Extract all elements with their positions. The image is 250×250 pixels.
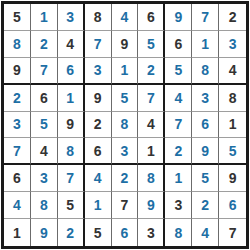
cell-r6c1[interactable]: 7 — [4, 138, 31, 165]
entered-digit: 4 — [121, 10, 129, 24]
cell-r8c5[interactable]: 7 — [112, 192, 139, 219]
entered-digit: 8 — [147, 171, 155, 185]
entered-digit: 3 — [13, 117, 21, 131]
cell-r6c5[interactable]: 3 — [112, 138, 139, 165]
given-digit: 3 — [174, 198, 182, 212]
entered-digit: 5 — [229, 144, 237, 158]
given-digit: 6 — [174, 37, 182, 51]
cell-r8c2[interactable]: 8 — [31, 192, 58, 219]
entered-digit: 1 — [201, 37, 209, 51]
entered-digit: 9 — [174, 10, 182, 24]
given-digit: 4 — [66, 37, 74, 51]
cell-r4c1[interactable]: 2 — [4, 85, 31, 112]
cell-r9c2[interactable]: 9 — [31, 219, 58, 246]
cell-r7c5[interactable]: 2 — [112, 165, 139, 192]
cell-r8c6[interactable]: 9 — [138, 192, 165, 219]
cell-r4c7[interactable]: 4 — [165, 85, 192, 112]
entered-digit: 2 — [40, 37, 48, 51]
entered-digit: 7 — [147, 91, 155, 105]
cell-r9c7[interactable]: 8 — [165, 219, 192, 246]
cell-r1c6[interactable]: 6 — [138, 4, 165, 31]
given-digit: 9 — [229, 171, 237, 185]
cell-r1c4[interactable]: 8 — [85, 4, 112, 31]
cell-r4c6[interactable]: 7 — [138, 85, 165, 112]
entered-digit: 7 — [201, 10, 209, 24]
entered-digit: 7 — [40, 63, 48, 77]
cell-r9c4[interactable]: 5 — [85, 219, 112, 246]
entered-digit: 5 — [121, 91, 129, 105]
entered-digit: 4 — [201, 226, 209, 240]
cell-r3c8[interactable]: 8 — [192, 58, 219, 85]
cell-r1c1[interactable]: 5 — [4, 4, 31, 31]
cell-r8c3[interactable]: 5 — [58, 192, 85, 219]
entered-digit: 6 — [66, 63, 74, 77]
cell-r7c4[interactable]: 4 — [85, 165, 112, 192]
entered-digit: 5 — [201, 171, 209, 185]
cell-r4c9[interactable]: 8 — [219, 85, 246, 112]
cell-r7c7[interactable]: 1 — [165, 165, 192, 192]
cell-r4c5[interactable]: 5 — [112, 85, 139, 112]
given-digit: 8 — [94, 10, 102, 24]
cell-r2c2[interactable]: 2 — [31, 31, 58, 58]
cell-r3c4[interactable]: 3 — [85, 58, 112, 85]
entered-digit: 6 — [201, 117, 209, 131]
cell-r4c3[interactable]: 1 — [58, 85, 85, 112]
given-digit: 6 — [13, 171, 21, 185]
entered-digit: 3 — [66, 10, 74, 24]
given-digit: 8 — [229, 91, 237, 105]
entered-digit: 4 — [94, 171, 102, 185]
entered-digit: 8 — [201, 63, 209, 77]
cell-r4c2[interactable]: 6 — [31, 85, 58, 112]
entered-digit: 8 — [174, 226, 182, 240]
cell-r7c6[interactable]: 8 — [138, 165, 165, 192]
cell-r3c2[interactable]: 7 — [31, 58, 58, 85]
entered-digit: 8 — [13, 37, 21, 51]
cell-r8c4[interactable]: 1 — [85, 192, 112, 219]
given-digit: 9 — [13, 63, 21, 77]
entered-digit: 9 — [201, 144, 209, 158]
cell-r8c1[interactable]: 4 — [4, 192, 31, 219]
cell-r9c3[interactable]: 2 — [58, 219, 85, 246]
entered-digit: 2 — [147, 63, 155, 77]
cell-r3c1[interactable]: 9 — [4, 58, 31, 85]
cell-r8c7[interactable]: 3 — [165, 192, 192, 219]
cell-r7c9[interactable]: 9 — [219, 165, 246, 192]
entered-digit: 1 — [174, 171, 182, 185]
cell-r5c5[interactable]: 8 — [112, 112, 139, 139]
given-digit: 2 — [229, 10, 237, 24]
given-digit: 6 — [147, 10, 155, 24]
entered-digit: 5 — [147, 37, 155, 51]
entered-digit: 3 — [121, 144, 129, 158]
entered-digit: 1 — [66, 91, 74, 105]
entered-digit: 2 — [174, 144, 182, 158]
cell-r6c7[interactable]: 2 — [165, 138, 192, 165]
entered-digit: 2 — [121, 171, 129, 185]
given-digit: 9 — [121, 37, 129, 51]
cell-r6c4[interactable]: 6 — [85, 138, 112, 165]
cell-r2c8[interactable]: 1 — [192, 31, 219, 58]
given-digit: 9 — [94, 91, 102, 105]
cell-r7c1[interactable]: 6 — [4, 165, 31, 192]
entered-digit: 2 — [201, 198, 209, 212]
cell-r6c9[interactable]: 5 — [219, 138, 246, 165]
cell-r2c1[interactable]: 8 — [4, 31, 31, 58]
cell-r2c9[interactable]: 3 — [219, 31, 246, 58]
given-digit: 3 — [147, 226, 155, 240]
cell-r3c5[interactable]: 1 — [112, 58, 139, 85]
cell-r5c7[interactable]: 7 — [165, 112, 192, 139]
cell-r6c6[interactable]: 1 — [138, 138, 165, 165]
cell-r8c9[interactable]: 6 — [219, 192, 246, 219]
entered-digit: 3 — [229, 37, 237, 51]
cell-r2c4[interactable]: 7 — [85, 31, 112, 58]
entered-digit: 1 — [40, 10, 48, 24]
cell-r2c6[interactable]: 5 — [138, 31, 165, 58]
given-digit: 5 — [13, 10, 21, 24]
cell-r1c9[interactable]: 2 — [219, 4, 246, 31]
cell-r1c2[interactable]: 1 — [31, 4, 58, 31]
cell-r3c3[interactable]: 6 — [58, 58, 85, 85]
entered-digit: 8 — [121, 117, 129, 131]
cell-r9c5[interactable]: 6 — [112, 219, 139, 246]
cell-r9c9[interactable]: 7 — [219, 219, 246, 246]
cell-r4c4[interactable]: 9 — [85, 85, 112, 112]
given-digit: 2 — [94, 117, 102, 131]
entered-digit: 2 — [66, 226, 74, 240]
cell-r1c3[interactable]: 3 — [58, 4, 85, 31]
cell-r7c3[interactable]: 7 — [58, 165, 85, 192]
given-digit: 7 — [229, 226, 237, 240]
cell-r7c8[interactable]: 5 — [192, 165, 219, 192]
given-digit: 5 — [66, 198, 74, 212]
entered-digit: 5 — [174, 63, 182, 77]
cell-r5c3[interactable]: 9 — [58, 112, 85, 139]
cell-r1c7[interactable]: 9 — [165, 4, 192, 31]
entered-digit: 5 — [40, 117, 48, 131]
entered-digit: 7 — [174, 117, 182, 131]
cell-r2c3[interactable]: 4 — [58, 31, 85, 58]
entered-digit: 7 — [13, 144, 21, 158]
cell-r5c2[interactable]: 5 — [31, 112, 58, 139]
cell-r5c8[interactable]: 6 — [192, 112, 219, 139]
entered-digit: 9 — [147, 198, 155, 212]
cell-r9c6[interactable]: 3 — [138, 219, 165, 246]
cell-r3c6[interactable]: 2 — [138, 58, 165, 85]
given-digit: 6 — [94, 144, 102, 158]
given-digit: 6 — [40, 91, 48, 105]
entered-digit: 1 — [121, 63, 129, 77]
given-digit: 5 — [94, 226, 102, 240]
entered-digit: 3 — [40, 171, 48, 185]
given-digit: 4 — [147, 117, 155, 131]
cell-r8c8[interactable]: 2 — [192, 192, 219, 219]
cell-r4c8[interactable]: 3 — [192, 85, 219, 112]
given-digit: 4 — [229, 63, 237, 77]
cell-r5c4[interactable]: 2 — [85, 112, 112, 139]
cell-r9c1[interactable]: 1 — [4, 219, 31, 246]
cell-r9c8[interactable]: 4 — [192, 219, 219, 246]
given-digit: 7 — [121, 198, 129, 212]
given-digit: 1 — [13, 226, 21, 240]
entered-digit: 6 — [229, 198, 237, 212]
cell-r2c5[interactable]: 9 — [112, 31, 139, 58]
given-digit: 9 — [66, 117, 74, 131]
entered-digit: 8 — [66, 144, 74, 158]
cell-r5c9[interactable]: 1 — [219, 112, 246, 139]
entered-digit: 7 — [94, 37, 102, 51]
cell-r5c6[interactable]: 4 — [138, 112, 165, 139]
cell-r7c2[interactable]: 3 — [31, 165, 58, 192]
entered-digit: 3 — [201, 91, 209, 105]
given-digit: 1 — [229, 117, 237, 131]
sudoku-board: 5138469728247956139763125842619574383592… — [1, 1, 249, 249]
entered-digit: 3 — [94, 63, 102, 77]
entered-digit: 4 — [174, 91, 182, 105]
cell-r5c1[interactable]: 3 — [4, 112, 31, 139]
cell-r6c2[interactable]: 4 — [31, 138, 58, 165]
entered-digit: 6 — [121, 226, 129, 240]
entered-digit: 9 — [40, 226, 48, 240]
given-digit: 4 — [40, 144, 48, 158]
cell-r1c5[interactable]: 4 — [112, 4, 139, 31]
entered-digit: 1 — [94, 198, 102, 212]
cell-r3c7[interactable]: 5 — [165, 58, 192, 85]
given-digit: 1 — [147, 144, 155, 158]
entered-digit: 8 — [40, 198, 48, 212]
cell-r1c8[interactable]: 7 — [192, 4, 219, 31]
entered-digit: 7 — [66, 171, 74, 185]
cell-r6c3[interactable]: 8 — [58, 138, 85, 165]
cell-r2c7[interactable]: 6 — [165, 31, 192, 58]
cell-r3c9[interactable]: 4 — [219, 58, 246, 85]
cell-r6c8[interactable]: 9 — [192, 138, 219, 165]
entered-digit: 4 — [13, 198, 21, 212]
entered-digit: 2 — [13, 91, 21, 105]
